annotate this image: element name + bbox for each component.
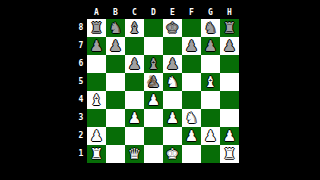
square-c2[interactable] bbox=[125, 127, 144, 145]
square-h1[interactable]: ♜ bbox=[220, 145, 239, 163]
piece-white-pawn[interactable]: ♟ bbox=[182, 127, 201, 145]
piece-black-bishop[interactable]: ♝ bbox=[125, 19, 144, 37]
piece-black-knight[interactable]: ♞ bbox=[201, 19, 220, 37]
piece-black-pawn[interactable]: ♟ bbox=[125, 55, 144, 73]
square-a1[interactable]: ♜ bbox=[87, 145, 106, 163]
file-label-d: D bbox=[144, 8, 163, 17]
square-a4[interactable]: ♝ bbox=[87, 91, 106, 109]
square-a7[interactable]: ♟ bbox=[87, 37, 106, 55]
piece-white-queen[interactable]: ♛ bbox=[125, 145, 144, 163]
square-c3[interactable]: ♟ bbox=[125, 109, 144, 127]
square-d2[interactable] bbox=[144, 127, 163, 145]
square-g5[interactable]: ♝ bbox=[201, 73, 220, 91]
square-b5[interactable] bbox=[106, 73, 125, 91]
piece-white-king[interactable]: ♚ bbox=[163, 145, 182, 163]
file-label-g: G bbox=[201, 8, 220, 17]
piece-white-bishop[interactable]: ♝ bbox=[201, 73, 220, 91]
square-d8[interactable] bbox=[144, 19, 163, 37]
square-d4[interactable]: ♟ bbox=[144, 91, 163, 109]
piece-black-pawn[interactable]: ♟ bbox=[182, 37, 201, 55]
square-c4[interactable] bbox=[125, 91, 144, 109]
piece-black-knight[interactable]: ♞ bbox=[106, 19, 125, 37]
square-g2[interactable]: ♟ bbox=[201, 127, 220, 145]
square-e6[interactable]: ♟ bbox=[163, 55, 182, 73]
square-h8[interactable]: ♜ bbox=[220, 19, 239, 37]
square-a2[interactable]: ♟ bbox=[87, 127, 106, 145]
square-e1[interactable]: ♚ bbox=[163, 145, 182, 163]
square-b8[interactable]: ♞ bbox=[106, 19, 125, 37]
piece-black-pawn[interactable]: ♟ bbox=[106, 37, 125, 55]
piece-white-pawn[interactable]: ♟ bbox=[163, 109, 182, 127]
square-c8[interactable]: ♝ bbox=[125, 19, 144, 37]
piece-white-pawn[interactable]: ♟ bbox=[220, 127, 239, 145]
rank-label-5: 5 bbox=[76, 73, 86, 91]
square-b6[interactable] bbox=[106, 55, 125, 73]
square-g7[interactable]: ♟ bbox=[201, 37, 220, 55]
square-b7[interactable]: ♟ bbox=[106, 37, 125, 55]
file-label-a: A bbox=[87, 8, 106, 17]
square-d7[interactable] bbox=[144, 37, 163, 55]
piece-black-pawn[interactable]: ♟ bbox=[87, 37, 106, 55]
file-label-b: B bbox=[106, 8, 125, 17]
square-b4[interactable] bbox=[106, 91, 125, 109]
square-e2[interactable] bbox=[163, 127, 182, 145]
piece-white-rook[interactable]: ♜ bbox=[220, 145, 239, 163]
piece-white-knight[interactable]: ♞ bbox=[182, 109, 201, 127]
piece-black-pawn[interactable]: ♟ bbox=[220, 37, 239, 55]
square-b3[interactable] bbox=[106, 109, 125, 127]
square-c6[interactable]: ♟ bbox=[125, 55, 144, 73]
piece-white-pawn[interactable]: ♟ bbox=[144, 91, 163, 109]
square-a8[interactable]: ♜ bbox=[87, 19, 106, 37]
piece-white-pawn[interactable]: ♟ bbox=[125, 109, 144, 127]
square-f6[interactable] bbox=[182, 55, 201, 73]
square-h4[interactable] bbox=[220, 91, 239, 109]
square-f2[interactable]: ♟ bbox=[182, 127, 201, 145]
square-c7[interactable] bbox=[125, 37, 144, 55]
square-e3[interactable]: ♟ bbox=[163, 109, 182, 127]
rank-label-3: 3 bbox=[76, 109, 86, 127]
square-h3[interactable] bbox=[220, 109, 239, 127]
rank-label-6: 6 bbox=[76, 55, 86, 73]
square-e7[interactable] bbox=[163, 37, 182, 55]
file-label-f: F bbox=[182, 8, 201, 17]
square-h6[interactable] bbox=[220, 55, 239, 73]
square-b1[interactable] bbox=[106, 145, 125, 163]
piece-white-knight[interactable]: ♞ bbox=[163, 73, 182, 91]
game-screen: ABCDEFGH 87654321 ♜♞♝♚♞♜♟♟♟♟♟♟♝♟♟♞♝♝♟♟♟♞… bbox=[0, 0, 320, 180]
square-g1[interactable] bbox=[201, 145, 220, 163]
square-f8[interactable] bbox=[182, 19, 201, 37]
square-e4[interactable] bbox=[163, 91, 182, 109]
piece-white-pawn[interactable]: ♟ bbox=[87, 127, 106, 145]
piece-white-rook[interactable]: ♜ bbox=[87, 145, 106, 163]
square-c1[interactable]: ♛ bbox=[125, 145, 144, 163]
square-g4[interactable] bbox=[201, 91, 220, 109]
square-h5[interactable] bbox=[220, 73, 239, 91]
square-f3[interactable]: ♞ bbox=[182, 109, 201, 127]
rank-label-2: 2 bbox=[76, 127, 86, 145]
file-label-c: C bbox=[125, 8, 144, 17]
file-label-h: H bbox=[220, 8, 239, 17]
square-d1[interactable] bbox=[144, 145, 163, 163]
file-label-e: E bbox=[163, 8, 182, 17]
piece-black-rook[interactable]: ♜ bbox=[87, 19, 106, 37]
chess-board: ♜♞♝♚♞♜♟♟♟♟♟♟♝♟♟♞♝♝♟♟♟♞♟♟♟♟♜♛♚♜ bbox=[87, 19, 239, 163]
square-e5[interactable]: ♞ bbox=[163, 73, 182, 91]
rank-label-8: 8 bbox=[76, 19, 86, 37]
square-d3[interactable] bbox=[144, 109, 163, 127]
square-h2[interactable]: ♟ bbox=[220, 127, 239, 145]
square-e8[interactable]: ♚ bbox=[163, 19, 182, 37]
piece-white-pawn[interactable]: ♟ bbox=[201, 127, 220, 145]
square-b2[interactable] bbox=[106, 127, 125, 145]
square-f1[interactable] bbox=[182, 145, 201, 163]
square-f4[interactable] bbox=[182, 91, 201, 109]
piece-white-bishop[interactable]: ♝ bbox=[87, 91, 106, 109]
piece-black-rook[interactable]: ♜ bbox=[220, 19, 239, 37]
square-f7[interactable]: ♟ bbox=[182, 37, 201, 55]
rank-label-4: 4 bbox=[76, 91, 86, 109]
square-a5[interactable] bbox=[87, 73, 106, 91]
rank-label-7: 7 bbox=[76, 37, 86, 55]
square-g8[interactable]: ♞ bbox=[201, 19, 220, 37]
rank-label-1: 1 bbox=[76, 145, 86, 163]
square-h7[interactable]: ♟ bbox=[220, 37, 239, 55]
square-f5[interactable] bbox=[182, 73, 201, 91]
square-g3[interactable] bbox=[201, 109, 220, 127]
piece-black-pawn[interactable]: ♟ bbox=[201, 37, 220, 55]
square-a3[interactable] bbox=[87, 109, 106, 127]
square-g6[interactable] bbox=[201, 55, 220, 73]
piece-black-king[interactable]: ♚ bbox=[163, 19, 182, 37]
piece-black-pawn[interactable]: ♟ bbox=[163, 55, 182, 73]
square-a6[interactable] bbox=[87, 55, 106, 73]
